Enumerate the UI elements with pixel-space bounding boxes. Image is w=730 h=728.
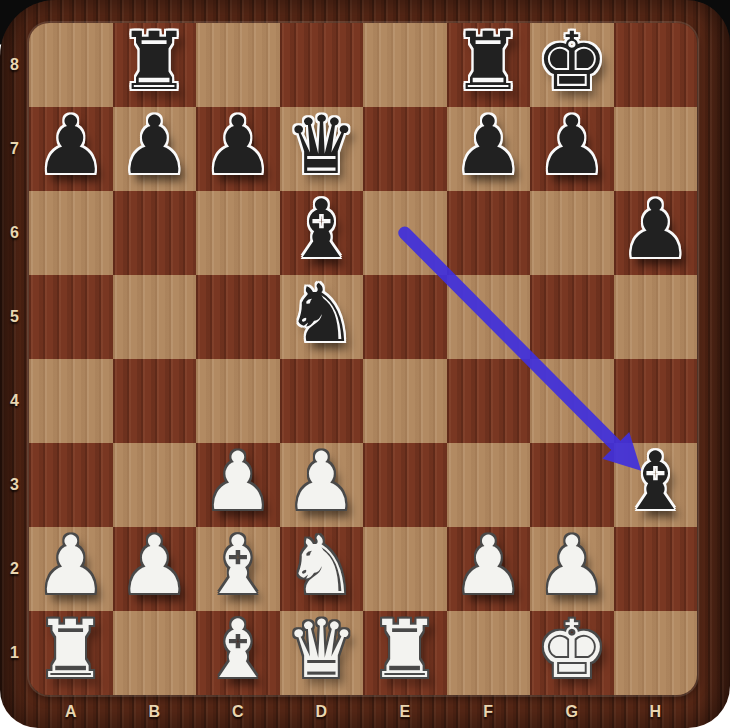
file-label-f: F — [447, 695, 531, 728]
square-d1[interactable]: ♛ — [280, 611, 364, 695]
square-h3[interactable]: ♝ — [614, 443, 698, 527]
square-e8[interactable] — [363, 23, 447, 107]
square-f2[interactable]: ♟ — [447, 527, 531, 611]
square-a3[interactable] — [29, 443, 113, 527]
square-e7[interactable] — [363, 107, 447, 191]
rank-label-7: 7 — [0, 107, 29, 191]
screenshot-root: 87654321 ABCDEFGH ♜♜♚♟♟♟♛♟♟♝♟♞♟♟♝♟♟♝♞♟♟♜… — [0, 0, 730, 728]
file-label-h: H — [614, 695, 698, 728]
file-label-d: D — [280, 695, 364, 728]
square-c8[interactable] — [196, 23, 280, 107]
square-e2[interactable] — [363, 527, 447, 611]
square-h2[interactable] — [614, 527, 698, 611]
board-frame: 87654321 ABCDEFGH ♜♜♚♟♟♟♛♟♟♝♟♞♟♟♝♟♟♝♞♟♟♜… — [0, 0, 730, 728]
white-bishop[interactable]: ♝ — [202, 610, 274, 690]
square-h8[interactable] — [614, 23, 698, 107]
rank-label-6: 6 — [0, 191, 29, 275]
rank-label-1: 1 — [0, 611, 29, 695]
square-f7[interactable]: ♟ — [447, 107, 531, 191]
white-king[interactable]: ♚ — [536, 610, 608, 690]
square-c3[interactable]: ♟ — [196, 443, 280, 527]
rank-label-5: 5 — [0, 275, 29, 359]
black-pawn[interactable]: ♟ — [619, 190, 691, 270]
white-bishop[interactable]: ♝ — [202, 526, 274, 606]
square-f4[interactable] — [447, 359, 531, 443]
square-d7[interactable]: ♛ — [280, 107, 364, 191]
square-g7[interactable]: ♟ — [530, 107, 614, 191]
file-label-c: C — [196, 695, 280, 728]
square-a1[interactable]: ♜ — [29, 611, 113, 695]
square-c4[interactable] — [196, 359, 280, 443]
square-a2[interactable]: ♟ — [29, 527, 113, 611]
square-h1[interactable] — [614, 611, 698, 695]
white-rook[interactable]: ♜ — [35, 610, 107, 690]
square-c6[interactable] — [196, 191, 280, 275]
square-e6[interactable] — [363, 191, 447, 275]
square-d8[interactable] — [280, 23, 364, 107]
square-b8[interactable]: ♜ — [113, 23, 197, 107]
rank-label-2: 2 — [0, 527, 29, 611]
rank-label-8: 8 — [0, 23, 29, 107]
file-label-g: G — [530, 695, 614, 728]
black-king[interactable]: ♚ — [536, 23, 608, 102]
white-pawn[interactable]: ♟ — [452, 526, 524, 606]
square-b1[interactable] — [113, 611, 197, 695]
square-f5[interactable] — [447, 275, 531, 359]
black-pawn[interactable]: ♟ — [202, 106, 274, 186]
square-f6[interactable] — [447, 191, 531, 275]
square-h5[interactable] — [614, 275, 698, 359]
square-h7[interactable] — [614, 107, 698, 191]
rank-label-4: 4 — [0, 359, 29, 443]
square-c5[interactable] — [196, 275, 280, 359]
square-h6[interactable]: ♟ — [614, 191, 698, 275]
square-b5[interactable] — [113, 275, 197, 359]
square-g4[interactable] — [530, 359, 614, 443]
square-f8[interactable]: ♜ — [447, 23, 531, 107]
file-label-a: A — [29, 695, 113, 728]
square-b7[interactable]: ♟ — [113, 107, 197, 191]
square-g6[interactable] — [530, 191, 614, 275]
square-c1[interactable]: ♝ — [196, 611, 280, 695]
square-e3[interactable] — [363, 443, 447, 527]
white-rook[interactable]: ♜ — [369, 610, 441, 690]
square-a4[interactable] — [29, 359, 113, 443]
chess-board[interactable]: ♜♜♚♟♟♟♛♟♟♝♟♞♟♟♝♟♟♝♞♟♟♜♝♛♜♚ — [29, 23, 697, 695]
black-pawn[interactable]: ♟ — [452, 106, 524, 186]
square-d5[interactable]: ♞ — [280, 275, 364, 359]
white-pawn[interactable]: ♟ — [202, 442, 274, 522]
square-c2[interactable]: ♝ — [196, 527, 280, 611]
square-d6[interactable]: ♝ — [280, 191, 364, 275]
square-a7[interactable]: ♟ — [29, 107, 113, 191]
rank-label-3: 3 — [0, 443, 29, 527]
black-bishop[interactable]: ♝ — [619, 442, 691, 522]
square-e5[interactable] — [363, 275, 447, 359]
square-f1[interactable] — [447, 611, 531, 695]
square-d2[interactable]: ♞ — [280, 527, 364, 611]
square-g8[interactable]: ♚ — [530, 23, 614, 107]
black-bishop[interactable]: ♝ — [285, 190, 357, 270]
white-pawn[interactable]: ♟ — [536, 526, 608, 606]
square-a5[interactable] — [29, 275, 113, 359]
file-label-b: B — [113, 695, 197, 728]
black-pawn[interactable]: ♟ — [118, 106, 190, 186]
white-queen[interactable]: ♛ — [285, 610, 357, 690]
square-d3[interactable]: ♟ — [280, 443, 364, 527]
square-b4[interactable] — [113, 359, 197, 443]
square-a8[interactable] — [29, 23, 113, 107]
square-h4[interactable] — [614, 359, 698, 443]
square-g3[interactable] — [530, 443, 614, 527]
square-e1[interactable]: ♜ — [363, 611, 447, 695]
file-labels: ABCDEFGH — [29, 695, 697, 728]
black-rook[interactable]: ♜ — [118, 23, 190, 102]
square-g5[interactable] — [530, 275, 614, 359]
white-knight[interactable]: ♞ — [285, 526, 357, 606]
black-knight[interactable]: ♞ — [285, 274, 357, 354]
black-queen[interactable]: ♛ — [285, 106, 357, 186]
rank-labels: 87654321 — [0, 23, 29, 695]
square-g2[interactable]: ♟ — [530, 527, 614, 611]
square-b2[interactable]: ♟ — [113, 527, 197, 611]
black-pawn[interactable]: ♟ — [35, 106, 107, 186]
square-e4[interactable] — [363, 359, 447, 443]
white-pawn[interactable]: ♟ — [285, 442, 357, 522]
white-pawn[interactable]: ♟ — [35, 526, 107, 606]
square-g1[interactable]: ♚ — [530, 611, 614, 695]
file-label-e: E — [363, 695, 447, 728]
black-pawn[interactable]: ♟ — [536, 106, 608, 186]
square-d4[interactable] — [280, 359, 364, 443]
black-rook[interactable]: ♜ — [452, 23, 524, 102]
square-f3[interactable] — [447, 443, 531, 527]
square-c7[interactable]: ♟ — [196, 107, 280, 191]
square-b6[interactable] — [113, 191, 197, 275]
white-pawn[interactable]: ♟ — [118, 526, 190, 606]
square-a6[interactable] — [29, 191, 113, 275]
square-b3[interactable] — [113, 443, 197, 527]
